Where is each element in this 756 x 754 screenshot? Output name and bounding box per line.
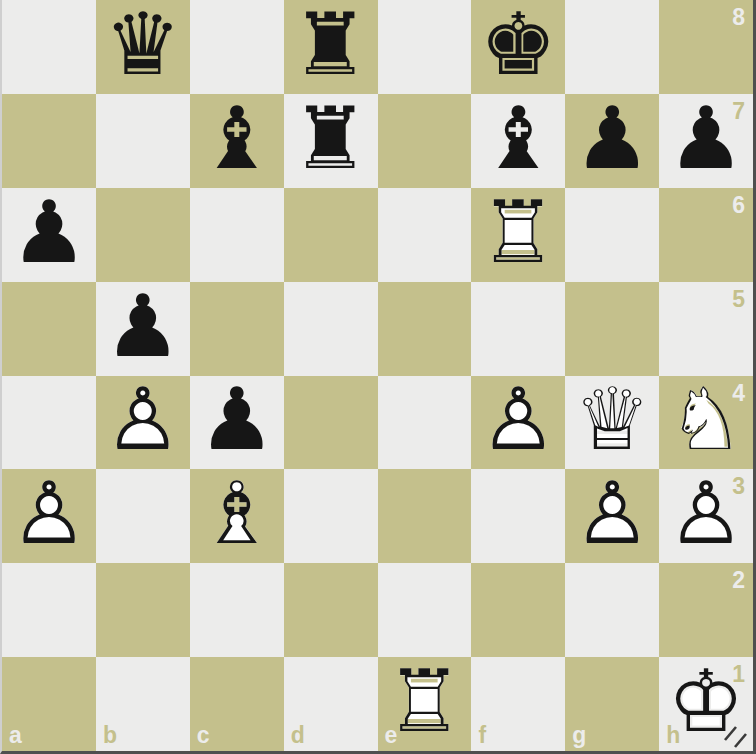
square-d4[interactable] (284, 376, 378, 470)
square-f3[interactable] (471, 469, 565, 563)
white-pawn-outline-glyph: ♙ (480, 376, 557, 462)
square-c2[interactable] (190, 563, 284, 657)
square-c6[interactable] (190, 188, 284, 282)
chess-board-container: ♛♜♚8♝♜♝♟7♟♟♜♖6♟5♟♙♟♟♙♛♕4♞♘♟♙♝♗♟♙3♟♙2abcd… (0, 0, 756, 754)
square-h8[interactable]: 8 (659, 0, 753, 94)
square-c3[interactable]: ♝♗ (190, 469, 284, 563)
piece-black-queen-b8[interactable]: ♛ (96, 0, 190, 94)
square-a1[interactable]: a (2, 657, 96, 751)
square-b2[interactable] (96, 563, 190, 657)
white-bishop-outline-glyph: ♗ (198, 470, 275, 556)
square-e6[interactable] (378, 188, 472, 282)
file-label-f: f (478, 724, 486, 747)
square-f2[interactable] (471, 563, 565, 657)
black-pawn-glyph: ♟ (104, 282, 181, 368)
square-d1[interactable]: d (284, 657, 378, 751)
white-pawn-outline-glyph: ♙ (668, 470, 745, 556)
square-a6[interactable]: ♟ (2, 188, 96, 282)
black-queen-glyph: ♛ (104, 0, 181, 86)
piece-black-bishop-f7[interactable]: ♝ (471, 94, 565, 188)
piece-black-pawn-b5[interactable]: ♟ (96, 282, 190, 376)
square-f4[interactable]: ♟♙ (471, 376, 565, 470)
piece-black-rook-d8[interactable]: ♜ (284, 0, 378, 94)
square-b5[interactable]: ♟ (96, 282, 190, 376)
white-queen-outline-glyph: ♕ (574, 376, 651, 462)
square-a3[interactable]: ♟♙ (2, 469, 96, 563)
piece-black-king-f8[interactable]: ♚ (471, 0, 565, 94)
piece-white-bishop-c3[interactable]: ♝♗ (190, 469, 284, 563)
rank-label-2: 2 (732, 569, 745, 592)
square-g3[interactable]: ♟♙ (565, 469, 659, 563)
square-h5[interactable]: 5 (659, 282, 753, 376)
square-g8[interactable] (565, 0, 659, 94)
square-h4[interactable]: 4♞♘ (659, 376, 753, 470)
piece-white-pawn-b4[interactable]: ♟♙ (96, 376, 190, 470)
square-a2[interactable] (2, 563, 96, 657)
square-d8[interactable]: ♜ (284, 0, 378, 94)
black-pawn-glyph: ♟ (10, 188, 87, 274)
white-pawn-outline-glyph: ♙ (104, 376, 181, 462)
square-h6[interactable]: 6 (659, 188, 753, 282)
square-g7[interactable]: ♟ (565, 94, 659, 188)
piece-black-pawn-h7[interactable]: ♟ (659, 94, 753, 188)
black-pawn-glyph: ♟ (198, 376, 275, 462)
square-g1[interactable]: g (565, 657, 659, 751)
rank-label-6: 6 (732, 194, 745, 217)
piece-black-bishop-c7[interactable]: ♝ (190, 94, 284, 188)
piece-white-rook-e1[interactable]: ♜♖ (378, 657, 472, 751)
square-g4[interactable]: ♛♕ (565, 376, 659, 470)
chess-board: ♛♜♚8♝♜♝♟7♟♟♜♖6♟5♟♙♟♟♙♛♕4♞♘♟♙♝♗♟♙3♟♙2abcd… (0, 0, 756, 754)
piece-black-rook-d7[interactable]: ♜ (284, 94, 378, 188)
square-g2[interactable] (565, 563, 659, 657)
square-e8[interactable] (378, 0, 472, 94)
square-f1[interactable]: f (471, 657, 565, 751)
white-knight-outline-glyph: ♘ (668, 376, 745, 462)
black-pawn-glyph: ♟ (668, 94, 745, 180)
square-a7[interactable] (2, 94, 96, 188)
black-pawn-glyph: ♟ (574, 94, 651, 180)
square-e5[interactable] (378, 282, 472, 376)
piece-white-knight-h4[interactable]: ♞♘ (659, 376, 753, 470)
white-rook-outline-glyph: ♖ (386, 658, 463, 744)
square-h2[interactable]: 2 (659, 563, 753, 657)
square-d3[interactable] (284, 469, 378, 563)
square-e7[interactable] (378, 94, 472, 188)
square-d5[interactable] (284, 282, 378, 376)
piece-white-pawn-h3[interactable]: ♟♙ (659, 469, 753, 563)
piece-black-pawn-c4[interactable]: ♟ (190, 376, 284, 470)
square-b4[interactable]: ♟♙ (96, 376, 190, 470)
rank-label-8: 8 (732, 6, 745, 29)
square-e2[interactable] (378, 563, 472, 657)
square-h3[interactable]: 3♟♙ (659, 469, 753, 563)
square-e1[interactable]: e♜♖ (378, 657, 472, 751)
black-rook-glyph: ♜ (292, 0, 369, 86)
black-bishop-glyph: ♝ (198, 94, 275, 180)
square-f6[interactable]: ♜♖ (471, 188, 565, 282)
black-rook-glyph: ♜ (292, 94, 369, 180)
square-c5[interactable] (190, 282, 284, 376)
square-a5[interactable] (2, 282, 96, 376)
piece-white-rook-f6[interactable]: ♜♖ (471, 188, 565, 282)
square-b8[interactable]: ♛ (96, 0, 190, 94)
file-label-a: a (9, 724, 22, 747)
square-a4[interactable] (2, 376, 96, 470)
black-bishop-glyph: ♝ (480, 94, 557, 180)
square-f7[interactable]: ♝ (471, 94, 565, 188)
square-c4[interactable]: ♟ (190, 376, 284, 470)
square-d6[interactable] (284, 188, 378, 282)
square-a8[interactable] (2, 0, 96, 94)
piece-white-queen-g4[interactable]: ♛♕ (565, 376, 659, 470)
square-b1[interactable]: b (96, 657, 190, 751)
piece-white-pawn-f4[interactable]: ♟♙ (471, 376, 565, 470)
square-h7[interactable]: 7♟ (659, 94, 753, 188)
square-c7[interactable]: ♝ (190, 94, 284, 188)
piece-black-pawn-g7[interactable]: ♟ (565, 94, 659, 188)
file-label-g: g (572, 724, 586, 747)
square-e3[interactable] (378, 469, 472, 563)
square-f8[interactable]: ♚ (471, 0, 565, 94)
square-c1[interactable]: c (190, 657, 284, 751)
square-b3[interactable] (96, 469, 190, 563)
square-e4[interactable] (378, 376, 472, 470)
square-d2[interactable] (284, 563, 378, 657)
rank-label-5: 5 (732, 288, 745, 311)
black-king-glyph: ♚ (480, 0, 557, 86)
square-f5[interactable] (471, 282, 565, 376)
piece-white-pawn-g3[interactable]: ♟♙ (565, 469, 659, 563)
square-g5[interactable] (565, 282, 659, 376)
file-label-d: d (291, 724, 305, 747)
piece-black-pawn-a6[interactable]: ♟ (2, 188, 96, 282)
file-label-c: c (197, 724, 210, 747)
square-g6[interactable] (565, 188, 659, 282)
white-king-outline-glyph: ♔ (668, 658, 745, 744)
square-d7[interactable]: ♜ (284, 94, 378, 188)
square-c8[interactable] (190, 0, 284, 94)
file-label-b: b (103, 724, 117, 747)
square-h1[interactable]: 1h♚♔ (659, 657, 753, 751)
white-pawn-outline-glyph: ♙ (10, 470, 87, 556)
piece-white-king-h1[interactable]: ♚♔ (659, 657, 753, 751)
square-b7[interactable] (96, 94, 190, 188)
piece-white-pawn-a3[interactable]: ♟♙ (2, 469, 96, 563)
square-b6[interactable] (96, 188, 190, 282)
white-rook-outline-glyph: ♖ (480, 188, 557, 274)
white-pawn-outline-glyph: ♙ (574, 470, 651, 556)
